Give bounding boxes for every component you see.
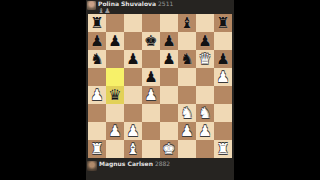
square-a8[interactable]: ♜ <box>88 14 106 32</box>
piece-white-queen[interactable]: ♛ <box>196 50 214 68</box>
square-g4[interactable] <box>196 86 214 104</box>
square-a3[interactable] <box>88 104 106 122</box>
square-h8[interactable]: ♜ <box>214 14 232 32</box>
square-c3[interactable] <box>124 104 142 122</box>
square-b3[interactable] <box>106 104 124 122</box>
square-d2[interactable] <box>142 122 160 140</box>
square-f7[interactable] <box>178 32 196 50</box>
square-g2[interactable]: ♟ <box>196 122 214 140</box>
square-b5[interactable] <box>106 68 124 86</box>
piece-black-knight[interactable]: ♞ <box>88 50 106 68</box>
square-d1[interactable] <box>142 140 160 158</box>
square-e1[interactable]: ♚ <box>160 140 178 158</box>
square-c5[interactable] <box>124 68 142 86</box>
square-a1[interactable]: ♜ <box>88 140 106 158</box>
piece-black-pawn[interactable]: ♟ <box>88 32 106 50</box>
piece-black-pawn[interactable]: ♟ <box>106 32 124 50</box>
piece-black-king[interactable]: ♚ <box>142 32 160 50</box>
square-f4[interactable] <box>178 86 196 104</box>
square-b4[interactable]: ♛ <box>106 86 124 104</box>
square-c6[interactable]: ♟ <box>124 50 142 68</box>
piece-black-pawn[interactable]: ♟ <box>142 68 160 86</box>
square-e4[interactable] <box>160 86 178 104</box>
square-g7[interactable]: ♟ <box>196 32 214 50</box>
square-e3[interactable] <box>160 104 178 122</box>
square-a7[interactable]: ♟ <box>88 32 106 50</box>
square-g8[interactable] <box>196 14 214 32</box>
square-f3[interactable]: ♞ <box>178 104 196 122</box>
square-f2[interactable]: ♟ <box>178 122 196 140</box>
square-e5[interactable] <box>160 68 178 86</box>
square-b8[interactable] <box>106 14 124 32</box>
square-d5[interactable]: ♟ <box>142 68 160 86</box>
square-d4[interactable]: ♟ <box>142 86 160 104</box>
square-e8[interactable] <box>160 14 178 32</box>
piece-black-pawn[interactable]: ♟ <box>124 50 142 68</box>
square-c8[interactable] <box>124 14 142 32</box>
top-player-rating: 2511 <box>158 1 173 7</box>
square-g5[interactable] <box>196 68 214 86</box>
bottom-player-rating: 2882 <box>155 161 170 167</box>
square-b6[interactable] <box>106 50 124 68</box>
piece-white-rook[interactable]: ♜ <box>214 140 232 158</box>
game-panel: Polina Shuvalova 2511 ♝♟ ♜♝♜♟♟♚♟♟♞♟♟♞♛♟♟… <box>86 0 234 180</box>
piece-black-rook[interactable]: ♜ <box>214 14 232 32</box>
piece-white-pawn[interactable]: ♟ <box>124 122 142 140</box>
piece-black-queen[interactable]: ♛ <box>106 86 124 104</box>
square-f8[interactable]: ♝ <box>178 14 196 32</box>
piece-black-pawn[interactable]: ♟ <box>196 32 214 50</box>
square-a6[interactable]: ♞ <box>88 50 106 68</box>
piece-white-knight[interactable]: ♞ <box>178 104 196 122</box>
piece-black-bishop[interactable]: ♝ <box>178 14 196 32</box>
piece-white-knight[interactable]: ♞ <box>196 104 214 122</box>
square-h6[interactable]: ♟ <box>214 50 232 68</box>
piece-white-pawn[interactable]: ♟ <box>178 122 196 140</box>
square-c4[interactable] <box>124 86 142 104</box>
piece-white-pawn[interactable]: ♟ <box>88 86 106 104</box>
piece-white-pawn[interactable]: ♟ <box>106 122 124 140</box>
square-h1[interactable]: ♜ <box>214 140 232 158</box>
square-a4[interactable]: ♟ <box>88 86 106 104</box>
piece-black-pawn[interactable]: ♟ <box>160 50 178 68</box>
square-g3[interactable]: ♞ <box>196 104 214 122</box>
piece-white-pawn[interactable]: ♟ <box>142 86 160 104</box>
piece-white-rook[interactable]: ♜ <box>88 140 106 158</box>
square-c7[interactable] <box>124 32 142 50</box>
bottom-player-bar: Magnus Carlsen 2882 <box>86 158 234 180</box>
square-b1[interactable] <box>106 140 124 158</box>
square-c2[interactable]: ♟ <box>124 122 142 140</box>
square-d6[interactable] <box>142 50 160 68</box>
chess-board[interactable]: ♜♝♜♟♟♚♟♟♞♟♟♞♛♟♟♟♟♛♟♞♞♟♟♟♟♜♝♚♜ <box>88 14 232 158</box>
square-a2[interactable] <box>88 122 106 140</box>
square-c1[interactable]: ♝ <box>124 140 142 158</box>
piece-black-pawn[interactable]: ♟ <box>214 50 232 68</box>
top-player-avatar <box>87 1 96 10</box>
square-e2[interactable] <box>160 122 178 140</box>
bottom-player-name: Magnus Carlsen <box>99 161 153 167</box>
square-e7[interactable]: ♟ <box>160 32 178 50</box>
piece-black-rook[interactable]: ♜ <box>88 14 106 32</box>
square-h2[interactable] <box>214 122 232 140</box>
piece-black-knight[interactable]: ♞ <box>178 50 196 68</box>
square-g6[interactable]: ♛ <box>196 50 214 68</box>
square-g1[interactable] <box>196 140 214 158</box>
square-h4[interactable] <box>214 86 232 104</box>
square-b7[interactable]: ♟ <box>106 32 124 50</box>
square-d8[interactable] <box>142 14 160 32</box>
square-h7[interactable] <box>214 32 232 50</box>
piece-white-pawn[interactable]: ♟ <box>214 68 232 86</box>
piece-white-bishop[interactable]: ♝ <box>124 140 142 158</box>
top-player-bar: Polina Shuvalova 2511 ♝♟ <box>86 0 234 14</box>
bottom-player-avatar <box>87 161 97 171</box>
square-b2[interactable]: ♟ <box>106 122 124 140</box>
square-h3[interactable] <box>214 104 232 122</box>
square-d7[interactable]: ♚ <box>142 32 160 50</box>
piece-white-pawn[interactable]: ♟ <box>196 122 214 140</box>
square-f6[interactable]: ♞ <box>178 50 196 68</box>
square-h5[interactable]: ♟ <box>214 68 232 86</box>
square-a5[interactable] <box>88 68 106 86</box>
square-e6[interactable]: ♟ <box>160 50 178 68</box>
square-f5[interactable] <box>178 68 196 86</box>
piece-black-pawn[interactable]: ♟ <box>160 32 178 50</box>
piece-white-king[interactable]: ♚ <box>160 140 178 158</box>
square-d3[interactable] <box>142 104 160 122</box>
square-f1[interactable] <box>178 140 196 158</box>
